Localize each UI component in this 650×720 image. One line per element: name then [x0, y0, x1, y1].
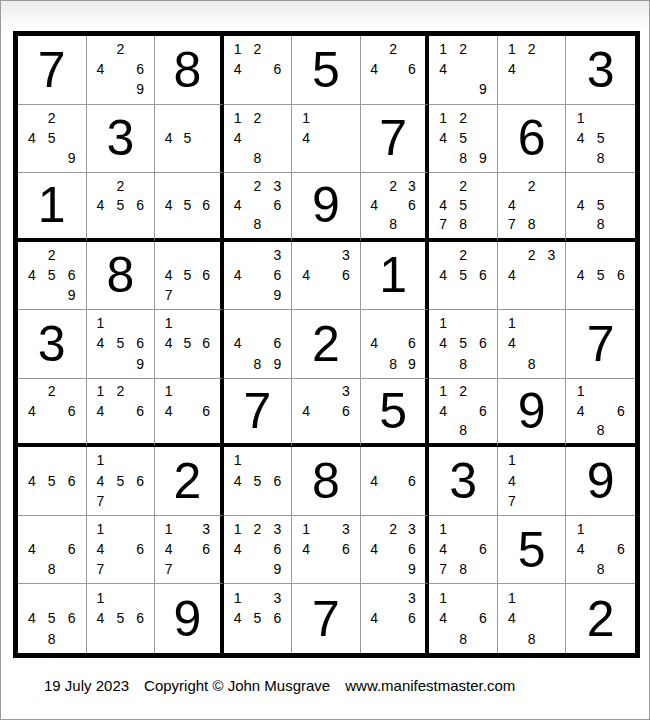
solved-digit: 7 [224, 379, 292, 444]
cell-r4c8[interactable]: 234 [498, 242, 567, 311]
cell-r1c9[interactable]: 3 [566, 36, 635, 105]
pencil-marks: 24569 [18, 242, 86, 310]
solved-digit: 2 [292, 310, 360, 378]
puzzle-page: 7246981246524612491243245934512481471245… [0, 0, 650, 720]
cell-r2c5[interactable]: 14 [292, 105, 361, 174]
cell-r5c9[interactable]: 7 [566, 310, 635, 379]
candidate-6: 6 [336, 265, 356, 285]
cell-r9c2[interactable]: 1456 [87, 584, 156, 653]
candidate-2: 2 [42, 245, 62, 265]
candidate-8: 8 [42, 559, 62, 579]
cell-r4c3[interactable]: 4567 [155, 242, 224, 311]
pencil-marks: 1456 [155, 310, 220, 378]
cell-r1c7[interactable]: 1249 [429, 36, 498, 105]
candidate-3: 3 [402, 176, 421, 195]
pencil-marks: 23468 [224, 173, 292, 238]
cell-r3c8[interactable]: 2478 [498, 173, 567, 242]
pencil-marks: 458 [566, 173, 635, 238]
pencil-marks: 1456 [224, 447, 292, 515]
cell-r6c4[interactable]: 7 [224, 379, 293, 448]
solved-digit: 2 [155, 447, 220, 515]
cell-r4c2[interactable]: 8 [87, 242, 156, 311]
pencil-marks: 14 [292, 105, 360, 173]
candidate-1: 1 [570, 519, 590, 539]
candidate-5: 5 [42, 471, 62, 491]
candidate-6: 6 [473, 333, 493, 353]
candidate-5: 5 [248, 608, 268, 629]
candidate-5: 5 [110, 471, 130, 491]
candidate-1: 1 [433, 313, 453, 333]
candidate-5: 5 [178, 195, 197, 214]
cell-r1c5[interactable]: 5 [292, 36, 361, 105]
cell-r3c2[interactable]: 2456 [87, 173, 156, 242]
pencil-marks: 14568 [429, 310, 497, 378]
candidate-4: 4 [502, 195, 522, 214]
candidate-6: 6 [62, 265, 82, 285]
cell-r2c1[interactable]: 2459 [18, 105, 87, 174]
candidate-8: 8 [522, 214, 542, 233]
pencil-marks: 23468 [361, 173, 426, 238]
candidate-4: 4 [570, 128, 590, 148]
candidate-8: 8 [453, 628, 473, 649]
cell-r1c3[interactable]: 8 [155, 36, 224, 105]
cell-r8c2[interactable]: 1467 [87, 516, 156, 585]
solved-digit: 8 [292, 447, 360, 515]
cell-r1c4[interactable]: 1246 [224, 36, 293, 105]
candidate-4: 4 [91, 471, 111, 491]
pencil-marks: 12468 [429, 379, 497, 444]
candidate-6: 6 [611, 401, 631, 420]
candidate-1: 1 [159, 519, 178, 539]
candidate-4: 4 [502, 333, 522, 353]
candidate-1: 1 [91, 519, 111, 539]
cell-r3c1[interactable]: 1 [18, 173, 87, 242]
cell-r6c7[interactable]: 12468 [429, 379, 498, 448]
candidate-4: 4 [228, 59, 248, 79]
candidate-2: 2 [110, 39, 130, 59]
candidate-1: 1 [433, 108, 453, 128]
candidate-6: 6 [267, 471, 287, 491]
cell-r2c2[interactable]: 3 [87, 105, 156, 174]
candidate-4: 4 [228, 471, 248, 491]
candidate-5: 5 [591, 195, 611, 214]
candidate-6: 6 [62, 471, 82, 491]
cell-r3c3[interactable]: 456 [155, 173, 224, 242]
candidate-2: 2 [110, 176, 130, 195]
candidate-6: 6 [267, 333, 287, 353]
pencil-marks: 146 [155, 379, 220, 444]
candidate-8: 8 [248, 214, 268, 233]
cell-r4c6[interactable]: 1 [361, 242, 430, 311]
solved-digit: 9 [155, 584, 220, 653]
candidate-1: 1 [570, 108, 590, 128]
candidate-4: 4 [433, 539, 453, 559]
solved-digit: 1 [18, 173, 86, 238]
pencil-marks: 1246 [224, 36, 292, 104]
candidate-4: 4 [502, 265, 522, 285]
cell-r1c6[interactable]: 246 [361, 36, 430, 105]
cell-r3c9[interactable]: 458 [566, 173, 635, 242]
candidate-9: 9 [473, 148, 493, 168]
candidate-9: 9 [267, 559, 287, 579]
footer-copyright: Copyright © John Musgrave [144, 677, 330, 694]
cell-r8c7[interactable]: 14678 [429, 516, 498, 585]
cell-r7c3[interactable]: 2 [155, 447, 224, 516]
cell-r2c7[interactable]: 124589 [429, 105, 498, 174]
candidate-8: 8 [591, 214, 611, 233]
cell-r4c7[interactable]: 2456 [429, 242, 498, 311]
solved-digit: 9 [292, 173, 360, 238]
cell-r8c4[interactable]: 123469 [224, 516, 293, 585]
candidate-8: 8 [384, 354, 403, 374]
candidate-6: 6 [402, 59, 421, 79]
pencil-marks: 2469 [87, 36, 155, 104]
candidate-4: 4 [296, 128, 316, 148]
pencil-marks: 2478 [498, 173, 566, 238]
candidate-4: 4 [570, 539, 590, 559]
candidate-6: 6 [130, 195, 150, 214]
candidate-9: 9 [473, 79, 493, 99]
candidate-2: 2 [453, 245, 473, 265]
solved-digit: 7 [361, 105, 426, 173]
cell-r2c8[interactable]: 6 [498, 105, 567, 174]
candidate-4: 4 [296, 401, 316, 420]
candidate-4: 4 [570, 265, 590, 285]
solved-digit: 9 [498, 379, 566, 444]
cell-r4c4[interactable]: 3469 [224, 242, 293, 311]
pencil-marks: 13456 [224, 584, 292, 653]
candidate-6: 6 [402, 608, 421, 629]
candidate-4: 4 [91, 333, 111, 353]
candidate-6: 6 [267, 59, 287, 79]
solved-digit: 7 [18, 36, 86, 104]
cell-r7c8[interactable]: 147 [498, 447, 567, 516]
cell-r2c3[interactable]: 45 [155, 105, 224, 174]
candidate-7: 7 [159, 559, 178, 579]
solved-digit: 9 [566, 447, 635, 515]
candidate-6: 6 [130, 608, 150, 629]
candidate-4: 4 [22, 471, 42, 491]
solved-digit: 6 [498, 105, 566, 173]
pencil-marks: 2456 [429, 242, 497, 310]
candidate-9: 9 [130, 79, 150, 99]
footer-date: 19 July 2023 [44, 677, 129, 694]
candidate-1: 1 [91, 313, 111, 333]
candidate-6: 6 [611, 539, 631, 559]
solved-digit: 1 [361, 242, 426, 310]
candidate-5: 5 [248, 471, 268, 491]
cell-r9c8[interactable]: 148 [498, 584, 567, 653]
candidate-2: 2 [110, 382, 130, 401]
sudoku-board: 7246981246524612491243245934512481471245… [13, 31, 640, 658]
candidate-1: 1 [228, 587, 248, 608]
cell-r2c6[interactable]: 7 [361, 105, 430, 174]
pencil-marks: 1246 [87, 379, 155, 444]
pencil-marks: 246 [18, 379, 86, 444]
cell-r7c5[interactable]: 8 [292, 447, 361, 516]
candidate-4: 4 [570, 401, 590, 420]
candidate-1: 1 [570, 382, 590, 401]
cell-r2c9[interactable]: 1458 [566, 105, 635, 174]
cell-r1c2[interactable]: 2469 [87, 36, 156, 105]
candidate-6: 6 [62, 608, 82, 629]
cell-r7c2[interactable]: 14567 [87, 447, 156, 516]
cell-r9c6[interactable]: 346 [361, 584, 430, 653]
candidate-3: 3 [267, 519, 287, 539]
pencil-marks: 456 [155, 173, 220, 238]
candidate-6: 6 [130, 59, 150, 79]
candidate-3: 3 [336, 382, 356, 401]
cell-r5c2[interactable]: 14569 [87, 310, 156, 379]
candidate-6: 6 [62, 401, 82, 420]
cell-r6c8[interactable]: 9 [498, 379, 567, 448]
candidate-5: 5 [591, 128, 611, 148]
pencil-marks: 468 [18, 516, 86, 584]
cell-r6c5[interactable]: 346 [292, 379, 361, 448]
cell-r4c9[interactable]: 456 [566, 242, 635, 311]
candidate-4: 4 [91, 59, 111, 79]
candidate-8: 8 [42, 628, 62, 649]
cell-r6c2[interactable]: 1246 [87, 379, 156, 448]
candidate-1: 1 [433, 39, 453, 59]
solved-digit: 8 [155, 36, 220, 104]
pencil-marks: 456 [18, 447, 86, 515]
solved-digit: 8 [87, 242, 155, 310]
candidate-8: 8 [453, 354, 473, 374]
cell-r9c1[interactable]: 4568 [18, 584, 87, 653]
cell-r3c7[interactable]: 24578 [429, 173, 498, 242]
candidate-4: 4 [159, 265, 178, 285]
candidate-6: 6 [336, 401, 356, 420]
cell-r8c1[interactable]: 468 [18, 516, 87, 585]
candidate-1: 1 [228, 39, 248, 59]
pencil-marks: 124 [498, 36, 566, 104]
cell-r9c4[interactable]: 13456 [224, 584, 293, 653]
cell-r4c1[interactable]: 24569 [18, 242, 87, 311]
candidate-1: 1 [91, 382, 111, 401]
candidate-4: 4 [159, 195, 178, 214]
cell-r5c7[interactable]: 14568 [429, 310, 498, 379]
cell-r9c5[interactable]: 7 [292, 584, 361, 653]
candidate-9: 9 [267, 285, 287, 305]
cell-r8c5[interactable]: 1346 [292, 516, 361, 585]
pencil-marks: 14678 [429, 516, 497, 584]
candidate-7: 7 [433, 214, 453, 233]
pencil-marks: 1346 [292, 516, 360, 584]
pencil-marks: 148 [498, 310, 566, 378]
candidate-1: 1 [159, 382, 178, 401]
cell-r6c1[interactable]: 246 [18, 379, 87, 448]
candidate-2: 2 [453, 382, 473, 401]
cell-r3c4[interactable]: 23468 [224, 173, 293, 242]
candidate-8: 8 [522, 628, 542, 649]
pencil-marks: 24578 [429, 173, 497, 238]
pencil-marks: 346 [292, 379, 360, 444]
candidate-2: 2 [248, 176, 268, 195]
cell-r6c9[interactable]: 1468 [566, 379, 635, 448]
candidate-5: 5 [453, 195, 473, 214]
candidate-5: 5 [591, 265, 611, 285]
candidate-6: 6 [267, 195, 287, 214]
candidate-6: 6 [402, 471, 421, 491]
candidate-6: 6 [473, 539, 493, 559]
solved-digit: 3 [18, 310, 86, 378]
pencil-marks: 1468 [566, 379, 635, 444]
candidate-9: 9 [62, 285, 82, 305]
cell-r7c4[interactable]: 1456 [224, 447, 293, 516]
cell-r6c3[interactable]: 146 [155, 379, 224, 448]
pencil-marks: 46 [361, 447, 426, 515]
cell-r9c9[interactable]: 2 [566, 584, 635, 653]
candidate-5: 5 [453, 265, 473, 285]
candidate-7: 7 [91, 491, 111, 511]
candidate-6: 6 [130, 401, 150, 420]
candidate-3: 3 [542, 245, 562, 265]
cell-r3c6[interactable]: 23468 [361, 173, 430, 242]
solved-digit: 2 [566, 584, 635, 653]
candidate-6: 6 [402, 539, 421, 559]
cell-r5c6[interactable]: 4689 [361, 310, 430, 379]
candidate-8: 8 [453, 148, 473, 168]
cell-r1c8[interactable]: 124 [498, 36, 567, 105]
candidate-8: 8 [453, 420, 473, 439]
pencil-marks: 123469 [224, 516, 292, 584]
candidate-1: 1 [91, 450, 111, 470]
pencil-marks: 13467 [155, 516, 220, 584]
candidate-1: 1 [228, 108, 248, 128]
cell-r5c3[interactable]: 1456 [155, 310, 224, 379]
candidate-2: 2 [453, 108, 473, 128]
candidate-4: 4 [502, 608, 522, 629]
candidate-5: 5 [42, 608, 62, 629]
candidate-4: 4 [365, 333, 384, 353]
candidate-4: 4 [228, 195, 248, 214]
candidate-6: 6 [473, 265, 493, 285]
pencil-marks: 4568 [18, 584, 86, 653]
candidate-1: 1 [159, 313, 178, 333]
candidate-1: 1 [296, 108, 316, 128]
cell-r6c6[interactable]: 5 [361, 379, 430, 448]
pencil-marks: 2456 [87, 173, 155, 238]
candidate-1: 1 [433, 519, 453, 539]
candidate-4: 4 [365, 539, 384, 559]
candidate-6: 6 [336, 539, 356, 559]
cell-r3c5[interactable]: 9 [292, 173, 361, 242]
candidate-5: 5 [178, 265, 197, 285]
candidate-4: 4 [91, 195, 111, 214]
candidate-7: 7 [433, 559, 453, 579]
candidate-6: 6 [267, 608, 287, 629]
cell-r7c6[interactable]: 46 [361, 447, 430, 516]
cell-r8c9[interactable]: 1468 [566, 516, 635, 585]
candidate-5: 5 [110, 333, 130, 353]
pencil-marks: 14567 [87, 447, 155, 515]
cell-r9c7[interactable]: 1468 [429, 584, 498, 653]
candidate-4: 4 [433, 401, 453, 420]
cell-r8c8[interactable]: 5 [498, 516, 567, 585]
candidate-8: 8 [453, 214, 473, 233]
cell-r5c8[interactable]: 148 [498, 310, 567, 379]
candidate-1: 1 [502, 39, 522, 59]
cell-r5c5[interactable]: 2 [292, 310, 361, 379]
cell-r7c1[interactable]: 456 [18, 447, 87, 516]
candidate-4: 4 [228, 333, 248, 353]
candidate-4: 4 [296, 265, 316, 285]
pencil-marks: 2459 [18, 105, 86, 173]
candidate-1: 1 [502, 587, 522, 608]
candidate-8: 8 [522, 354, 542, 374]
pencil-marks: 14569 [87, 310, 155, 378]
pencil-marks: 1468 [429, 584, 497, 653]
pencil-marks: 1458 [566, 105, 635, 173]
candidate-1: 1 [433, 382, 453, 401]
cell-r2c4[interactable]: 1248 [224, 105, 293, 174]
pencil-marks: 1248 [224, 105, 292, 173]
candidate-8: 8 [453, 559, 473, 579]
candidate-2: 2 [248, 39, 268, 59]
pencil-marks: 346 [292, 242, 360, 310]
cell-r5c4[interactable]: 4689 [224, 310, 293, 379]
candidate-4: 4 [91, 401, 111, 420]
solved-digit: 3 [87, 105, 155, 173]
cell-r7c7[interactable]: 3 [429, 447, 498, 516]
cell-r1c1[interactable]: 7 [18, 36, 87, 105]
candidate-5: 5 [110, 608, 130, 629]
candidate-5: 5 [42, 128, 62, 148]
footer: 19 July 2023 Copyright © John Musgrave w… [44, 677, 515, 694]
candidate-3: 3 [267, 587, 287, 608]
pencil-marks: 4689 [224, 310, 292, 378]
candidate-3: 3 [267, 245, 287, 265]
candidate-2: 2 [42, 382, 62, 401]
pencil-marks: 346 [361, 584, 426, 653]
candidate-8: 8 [384, 214, 403, 233]
candidate-4: 4 [228, 608, 248, 629]
cell-r9c3[interactable]: 9 [155, 584, 224, 653]
pencil-marks: 234 [498, 242, 566, 310]
pencil-marks: 148 [498, 584, 566, 653]
candidate-3: 3 [267, 176, 287, 195]
candidate-4: 4 [228, 539, 248, 559]
pencil-marks: 1456 [87, 584, 155, 653]
candidate-4: 4 [159, 539, 178, 559]
candidate-8: 8 [248, 148, 268, 168]
candidate-1: 1 [296, 519, 316, 539]
candidate-8: 8 [591, 420, 611, 439]
cell-r5c1[interactable]: 3 [18, 310, 87, 379]
pencil-marks: 23469 [361, 516, 426, 584]
candidate-6: 6 [130, 333, 150, 353]
candidate-4: 4 [433, 195, 453, 214]
candidate-2: 2 [248, 519, 268, 539]
candidate-4: 4 [365, 471, 384, 491]
candidate-4: 4 [22, 401, 42, 420]
candidate-4: 4 [502, 471, 522, 491]
candidate-5: 5 [110, 195, 130, 214]
cell-r4c5[interactable]: 346 [292, 242, 361, 311]
cell-r8c3[interactable]: 13467 [155, 516, 224, 585]
candidate-6: 6 [130, 539, 150, 559]
candidate-8: 8 [591, 148, 611, 168]
cell-r7c9[interactable]: 9 [566, 447, 635, 516]
cell-r8c6[interactable]: 23469 [361, 516, 430, 585]
candidate-2: 2 [384, 39, 403, 59]
candidate-9: 9 [267, 354, 287, 374]
candidate-4: 4 [159, 333, 178, 353]
candidate-4: 4 [433, 608, 453, 629]
candidate-4: 4 [365, 59, 384, 79]
candidate-4: 4 [22, 539, 42, 559]
